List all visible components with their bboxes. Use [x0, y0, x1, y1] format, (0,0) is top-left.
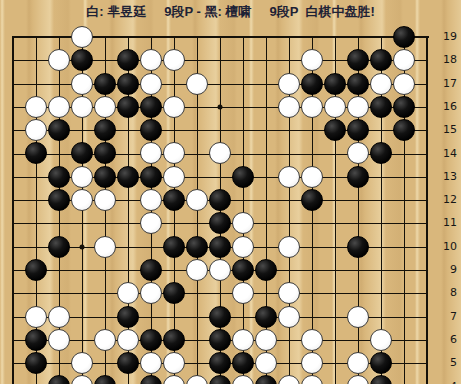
- intersection-E13[interactable]: [94, 165, 117, 188]
- intersection-Q10[interactable]: [347, 235, 370, 258]
- intersection-M9[interactable]: [255, 258, 278, 281]
- intersection-N7[interactable]: [278, 305, 301, 328]
- intersection-L17[interactable]: [232, 72, 255, 95]
- intersection-L6[interactable]: [232, 328, 255, 351]
- intersection-E9[interactable]: [94, 258, 117, 281]
- intersection-C15[interactable]: [48, 119, 71, 142]
- intersection-F7[interactable]: [117, 305, 140, 328]
- intersection-O4[interactable]: [301, 375, 324, 384]
- intersection-J16[interactable]: [186, 95, 209, 118]
- intersection-L10[interactable]: [232, 235, 255, 258]
- intersection-C18[interactable]: [48, 49, 71, 72]
- intersection-A14[interactable]: [2, 142, 25, 165]
- intersection-J4[interactable]: [186, 375, 209, 384]
- intersection-H19[interactable]: [163, 25, 186, 48]
- intersection-J18[interactable]: [186, 49, 209, 72]
- intersection-G9[interactable]: [140, 258, 163, 281]
- intersection-M8[interactable]: [255, 282, 278, 305]
- intersection-B5[interactable]: [25, 352, 48, 375]
- intersection-A16[interactable]: [2, 95, 25, 118]
- black-stone: [232, 166, 254, 188]
- intersection-Q5[interactable]: [347, 352, 370, 375]
- intersection-Q15[interactable]: [347, 119, 370, 142]
- intersection-N8[interactable]: [278, 282, 301, 305]
- white-stone: [347, 142, 369, 164]
- intersection-P7[interactable]: [324, 305, 347, 328]
- intersection-F9[interactable]: [117, 258, 140, 281]
- intersection-E6[interactable]: [94, 328, 117, 351]
- intersection-K16[interactable]: [209, 95, 232, 118]
- black-stone: [25, 352, 47, 374]
- intersection-B10[interactable]: [25, 235, 48, 258]
- intersection-C9[interactable]: [48, 258, 71, 281]
- intersection-M4[interactable]: [255, 375, 278, 384]
- intersection-S14[interactable]: [393, 142, 416, 165]
- intersection-P12[interactable]: [324, 188, 347, 211]
- intersection-S4[interactable]: [393, 375, 416, 384]
- intersection-Q18[interactable]: [347, 49, 370, 72]
- intersection-O16[interactable]: [301, 95, 324, 118]
- intersection-M17[interactable]: [255, 72, 278, 95]
- intersection-P15[interactable]: [324, 119, 347, 142]
- intersection-K13[interactable]: [209, 165, 232, 188]
- intersection-B19[interactable]: [25, 25, 48, 48]
- black-stone: [48, 166, 70, 188]
- intersection-P13[interactable]: [324, 165, 347, 188]
- intersection-R11[interactable]: [370, 212, 393, 235]
- intersection-E4[interactable]: [94, 375, 117, 384]
- intersection-D7[interactable]: [71, 305, 94, 328]
- intersection-B17[interactable]: [25, 72, 48, 95]
- intersection-B7[interactable]: [25, 305, 48, 328]
- intersection-M6[interactable]: [255, 328, 278, 351]
- intersection-N17[interactable]: [278, 72, 301, 95]
- intersection-G14[interactable]: [140, 142, 163, 165]
- intersection-K15[interactable]: [209, 119, 232, 142]
- intersection-Q7[interactable]: [347, 305, 370, 328]
- intersection-J10[interactable]: [186, 235, 209, 258]
- intersection-N19[interactable]: [278, 25, 301, 48]
- intersection-B13[interactable]: [25, 165, 48, 188]
- intersection-A8[interactable]: [2, 282, 25, 305]
- intersection-R18[interactable]: [370, 49, 393, 72]
- intersection-C7[interactable]: [48, 305, 71, 328]
- intersection-A11[interactable]: [2, 212, 25, 235]
- intersection-B16[interactable]: [25, 95, 48, 118]
- intersection-J5[interactable]: [186, 352, 209, 375]
- intersection-E19[interactable]: [94, 25, 117, 48]
- intersection-N5[interactable]: [278, 352, 301, 375]
- intersection-C6[interactable]: [48, 328, 71, 351]
- intersection-P6[interactable]: [324, 328, 347, 351]
- intersection-M11[interactable]: [255, 212, 278, 235]
- intersection-E17[interactable]: [94, 72, 117, 95]
- intersection-K4[interactable]: [209, 375, 232, 384]
- intersection-G6[interactable]: [140, 328, 163, 351]
- intersection-K14[interactable]: [209, 142, 232, 165]
- intersection-Q9[interactable]: [347, 258, 370, 281]
- white-stone: [209, 259, 231, 281]
- intersection-D18[interactable]: [71, 49, 94, 72]
- intersection-J6[interactable]: [186, 328, 209, 351]
- intersection-S6[interactable]: [393, 328, 416, 351]
- intersection-C13[interactable]: [48, 165, 71, 188]
- intersection-K11[interactable]: [209, 212, 232, 235]
- intersection-N13[interactable]: [278, 165, 301, 188]
- intersection-H18[interactable]: [163, 49, 186, 72]
- intersection-M16[interactable]: [255, 95, 278, 118]
- intersection-H9[interactable]: [163, 258, 186, 281]
- intersection-B6[interactable]: [25, 328, 48, 351]
- intersection-H12[interactable]: [163, 188, 186, 211]
- intersection-R8[interactable]: [370, 282, 393, 305]
- intersection-F17[interactable]: [117, 72, 140, 95]
- stone-grid[interactable]: [2, 25, 439, 384]
- intersection-N4[interactable]: [278, 375, 301, 384]
- intersection-G15[interactable]: [140, 119, 163, 142]
- intersection-J8[interactable]: [186, 282, 209, 305]
- intersection-L15[interactable]: [232, 119, 255, 142]
- intersection-C16[interactable]: [48, 95, 71, 118]
- intersection-C8[interactable]: [48, 282, 71, 305]
- intersection-A17[interactable]: [2, 72, 25, 95]
- intersection-R7[interactable]: [370, 305, 393, 328]
- intersection-G13[interactable]: [140, 165, 163, 188]
- intersection-Q12[interactable]: [347, 188, 370, 211]
- intersection-D8[interactable]: [71, 282, 94, 305]
- intersection-A7[interactable]: [2, 305, 25, 328]
- intersection-D6[interactable]: [71, 328, 94, 351]
- intersection-Q11[interactable]: [347, 212, 370, 235]
- intersection-C14[interactable]: [48, 142, 71, 165]
- intersection-B11[interactable]: [25, 212, 48, 235]
- intersection-C11[interactable]: [48, 212, 71, 235]
- intersection-H4[interactable]: [163, 375, 186, 384]
- intersection-R10[interactable]: [370, 235, 393, 258]
- intersection-S16[interactable]: [393, 95, 416, 118]
- intersection-L5[interactable]: [232, 352, 255, 375]
- intersection-N10[interactable]: [278, 235, 301, 258]
- intersection-M7[interactable]: [255, 305, 278, 328]
- white-stone: [140, 73, 162, 95]
- intersection-K17[interactable]: [209, 72, 232, 95]
- intersection-L7[interactable]: [232, 305, 255, 328]
- intersection-O19[interactable]: [301, 25, 324, 48]
- intersection-P10[interactable]: [324, 235, 347, 258]
- intersection-L4[interactable]: [232, 375, 255, 384]
- intersection-S12[interactable]: [393, 188, 416, 211]
- intersection-Q14[interactable]: [347, 142, 370, 165]
- intersection-M19[interactable]: [255, 25, 278, 48]
- intersection-J15[interactable]: [186, 119, 209, 142]
- intersection-B18[interactable]: [25, 49, 48, 72]
- intersection-R9[interactable]: [370, 258, 393, 281]
- intersection-R17[interactable]: [370, 72, 393, 95]
- intersection-S13[interactable]: [393, 165, 416, 188]
- intersection-L18[interactable]: [232, 49, 255, 72]
- intersection-A6[interactable]: [2, 328, 25, 351]
- intersection-S8[interactable]: [393, 282, 416, 305]
- intersection-N11[interactable]: [278, 212, 301, 235]
- intersection-O14[interactable]: [301, 142, 324, 165]
- intersection-B9[interactable]: [25, 258, 48, 281]
- intersection-J12[interactable]: [186, 188, 209, 211]
- intersection-P17[interactable]: [324, 72, 347, 95]
- intersection-G17[interactable]: [140, 72, 163, 95]
- intersection-F13[interactable]: [117, 165, 140, 188]
- intersection-A18[interactable]: [2, 49, 25, 72]
- intersection-P18[interactable]: [324, 49, 347, 72]
- intersection-N18[interactable]: [278, 49, 301, 72]
- intersection-L11[interactable]: [232, 212, 255, 235]
- intersection-E5[interactable]: [94, 352, 117, 375]
- intersection-O15[interactable]: [301, 119, 324, 142]
- intersection-F8[interactable]: [117, 282, 140, 305]
- intersection-P16[interactable]: [324, 95, 347, 118]
- intersection-D16[interactable]: [71, 95, 94, 118]
- intersection-M14[interactable]: [255, 142, 278, 165]
- intersection-N15[interactable]: [278, 119, 301, 142]
- intersection-F5[interactable]: [117, 352, 140, 375]
- intersection-R4[interactable]: [370, 375, 393, 384]
- intersection-L14[interactable]: [232, 142, 255, 165]
- intersection-K12[interactable]: [209, 188, 232, 211]
- intersection-N9[interactable]: [278, 258, 301, 281]
- intersection-G16[interactable]: [140, 95, 163, 118]
- intersection-K10[interactable]: [209, 235, 232, 258]
- intersection-R12[interactable]: [370, 188, 393, 211]
- black-stone: [140, 119, 162, 141]
- intersection-H16[interactable]: [163, 95, 186, 118]
- intersection-O8[interactable]: [301, 282, 324, 305]
- row-label-8: 8: [431, 286, 457, 300]
- intersection-E10[interactable]: [94, 235, 117, 258]
- intersection-F18[interactable]: [117, 49, 140, 72]
- intersection-H8[interactable]: [163, 282, 186, 305]
- intersection-K5[interactable]: [209, 352, 232, 375]
- intersection-E12[interactable]: [94, 188, 117, 211]
- intersection-B14[interactable]: [25, 142, 48, 165]
- intersection-D4[interactable]: [71, 375, 94, 384]
- intersection-M5[interactable]: [255, 352, 278, 375]
- intersection-G12[interactable]: [140, 188, 163, 211]
- intersection-G11[interactable]: [140, 212, 163, 235]
- intersection-A13[interactable]: [2, 165, 25, 188]
- intersection-A12[interactable]: [2, 188, 25, 211]
- intersection-P19[interactable]: [324, 25, 347, 48]
- intersection-M10[interactable]: [255, 235, 278, 258]
- intersection-F14[interactable]: [117, 142, 140, 165]
- intersection-F12[interactable]: [117, 188, 140, 211]
- intersection-J19[interactable]: [186, 25, 209, 48]
- intersection-L8[interactable]: [232, 282, 255, 305]
- intersection-H6[interactable]: [163, 328, 186, 351]
- intersection-H13[interactable]: [163, 165, 186, 188]
- intersection-S18[interactable]: [393, 49, 416, 72]
- intersection-Q16[interactable]: [347, 95, 370, 118]
- intersection-S15[interactable]: [393, 119, 416, 142]
- intersection-D15[interactable]: [71, 119, 94, 142]
- intersection-A4[interactable]: [2, 375, 25, 384]
- intersection-E15[interactable]: [94, 119, 117, 142]
- intersection-G5[interactable]: [140, 352, 163, 375]
- intersection-P14[interactable]: [324, 142, 347, 165]
- intersection-M15[interactable]: [255, 119, 278, 142]
- intersection-E7[interactable]: [94, 305, 117, 328]
- intersection-D14[interactable]: [71, 142, 94, 165]
- intersection-E11[interactable]: [94, 212, 117, 235]
- intersection-N12[interactable]: [278, 188, 301, 211]
- intersection-B4[interactable]: [25, 375, 48, 384]
- intersection-O10[interactable]: [301, 235, 324, 258]
- intersection-O11[interactable]: [301, 212, 324, 235]
- intersection-G7[interactable]: [140, 305, 163, 328]
- intersection-B8[interactable]: [25, 282, 48, 305]
- intersection-R14[interactable]: [370, 142, 393, 165]
- intersection-D11[interactable]: [71, 212, 94, 235]
- intersection-H17[interactable]: [163, 72, 186, 95]
- intersection-L12[interactable]: [232, 188, 255, 211]
- intersection-K9[interactable]: [209, 258, 232, 281]
- intersection-O5[interactable]: [301, 352, 324, 375]
- intersection-F15[interactable]: [117, 119, 140, 142]
- intersection-P5[interactable]: [324, 352, 347, 375]
- intersection-P8[interactable]: [324, 282, 347, 305]
- intersection-D9[interactable]: [71, 258, 94, 281]
- intersection-O9[interactable]: [301, 258, 324, 281]
- intersection-M18[interactable]: [255, 49, 278, 72]
- intersection-G4[interactable]: [140, 375, 163, 384]
- intersection-D19[interactable]: [71, 25, 94, 48]
- intersection-M13[interactable]: [255, 165, 278, 188]
- intersection-P4[interactable]: [324, 375, 347, 384]
- intersection-Q19[interactable]: [347, 25, 370, 48]
- intersection-K7[interactable]: [209, 305, 232, 328]
- intersection-E14[interactable]: [94, 142, 117, 165]
- intersection-J17[interactable]: [186, 72, 209, 95]
- intersection-A9[interactable]: [2, 258, 25, 281]
- intersection-H14[interactable]: [163, 142, 186, 165]
- intersection-C12[interactable]: [48, 188, 71, 211]
- intersection-H5[interactable]: [163, 352, 186, 375]
- intersection-D10[interactable]: [71, 235, 94, 258]
- intersection-G8[interactable]: [140, 282, 163, 305]
- black-stone: [209, 306, 231, 328]
- intersection-C10[interactable]: [48, 235, 71, 258]
- intersection-R19[interactable]: [370, 25, 393, 48]
- intersection-J14[interactable]: [186, 142, 209, 165]
- intersection-F19[interactable]: [117, 25, 140, 48]
- intersection-H7[interactable]: [163, 305, 186, 328]
- intersection-C19[interactable]: [48, 25, 71, 48]
- intersection-Q6[interactable]: [347, 328, 370, 351]
- intersection-O6[interactable]: [301, 328, 324, 351]
- intersection-E18[interactable]: [94, 49, 117, 72]
- intersection-Q17[interactable]: [347, 72, 370, 95]
- intersection-E8[interactable]: [94, 282, 117, 305]
- intersection-F10[interactable]: [117, 235, 140, 258]
- intersection-O12[interactable]: [301, 188, 324, 211]
- intersection-Q8[interactable]: [347, 282, 370, 305]
- intersection-H11[interactable]: [163, 212, 186, 235]
- intersection-S10[interactable]: [393, 235, 416, 258]
- intersection-O13[interactable]: [301, 165, 324, 188]
- black-stone: [347, 119, 369, 141]
- intersection-R13[interactable]: [370, 165, 393, 188]
- intersection-S5[interactable]: [393, 352, 416, 375]
- intersection-C17[interactable]: [48, 72, 71, 95]
- intersection-L16[interactable]: [232, 95, 255, 118]
- intersection-L19[interactable]: [232, 25, 255, 48]
- intersection-K19[interactable]: [209, 25, 232, 48]
- intersection-O18[interactable]: [301, 49, 324, 72]
- intersection-M12[interactable]: [255, 188, 278, 211]
- intersection-A19[interactable]: [2, 25, 25, 48]
- intersection-S9[interactable]: [393, 258, 416, 281]
- intersection-B15[interactable]: [25, 119, 48, 142]
- intersection-B12[interactable]: [25, 188, 48, 211]
- intersection-F4[interactable]: [117, 375, 140, 384]
- intersection-K6[interactable]: [209, 328, 232, 351]
- intersection-D5[interactable]: [71, 352, 94, 375]
- intersection-Q4[interactable]: [347, 375, 370, 384]
- intersection-J13[interactable]: [186, 165, 209, 188]
- intersection-A5[interactable]: [2, 352, 25, 375]
- intersection-S11[interactable]: [393, 212, 416, 235]
- intersection-S7[interactable]: [393, 305, 416, 328]
- intersection-K18[interactable]: [209, 49, 232, 72]
- intersection-R15[interactable]: [370, 119, 393, 142]
- intersection-R16[interactable]: [370, 95, 393, 118]
- intersection-K8[interactable]: [209, 282, 232, 305]
- intersection-A15[interactable]: [2, 119, 25, 142]
- intersection-G10[interactable]: [140, 235, 163, 258]
- intersection-S19[interactable]: [393, 25, 416, 48]
- intersection-O7[interactable]: [301, 305, 324, 328]
- intersection-H10[interactable]: [163, 235, 186, 258]
- intersection-C4[interactable]: [48, 375, 71, 384]
- intersection-R6[interactable]: [370, 328, 393, 351]
- intersection-A10[interactable]: [2, 235, 25, 258]
- intersection-D17[interactable]: [71, 72, 94, 95]
- intersection-R5[interactable]: [370, 352, 393, 375]
- black-stone: [140, 166, 162, 188]
- intersection-P9[interactable]: [324, 258, 347, 281]
- intersection-N16[interactable]: [278, 95, 301, 118]
- intersection-F16[interactable]: [117, 95, 140, 118]
- intersection-D12[interactable]: [71, 188, 94, 211]
- intersection-P11[interactable]: [324, 212, 347, 235]
- intersection-H15[interactable]: [163, 119, 186, 142]
- intersection-N6[interactable]: [278, 328, 301, 351]
- intersection-F11[interactable]: [117, 212, 140, 235]
- intersection-L9[interactable]: [232, 258, 255, 281]
- intersection-C5[interactable]: [48, 352, 71, 375]
- intersection-J11[interactable]: [186, 212, 209, 235]
- intersection-G19[interactable]: [140, 25, 163, 48]
- intersection-J9[interactable]: [186, 258, 209, 281]
- intersection-Q13[interactable]: [347, 165, 370, 188]
- intersection-O17[interactable]: [301, 72, 324, 95]
- intersection-L13[interactable]: [232, 165, 255, 188]
- intersection-S17[interactable]: [393, 72, 416, 95]
- intersection-E16[interactable]: [94, 95, 117, 118]
- intersection-N14[interactable]: [278, 142, 301, 165]
- intersection-F6[interactable]: [117, 328, 140, 351]
- intersection-J7[interactable]: [186, 305, 209, 328]
- intersection-G18[interactable]: [140, 49, 163, 72]
- intersection-D13[interactable]: [71, 165, 94, 188]
